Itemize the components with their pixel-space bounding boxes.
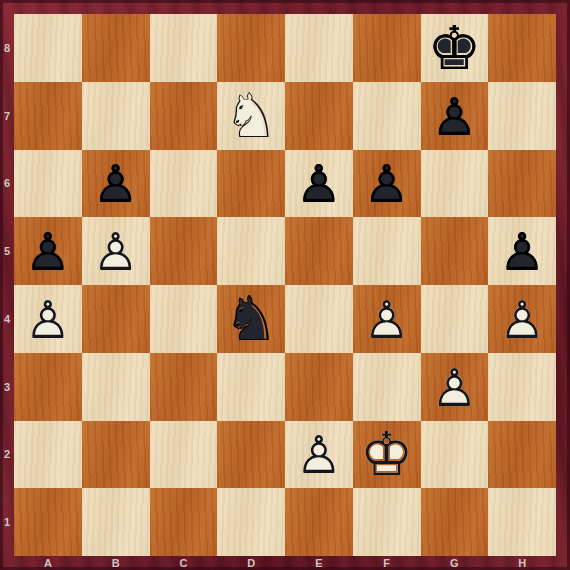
piece-white-pawn-f4[interactable]: ♟♙ bbox=[353, 285, 421, 353]
square-a3[interactable] bbox=[14, 353, 82, 421]
rank-label-4: 4 bbox=[0, 285, 14, 353]
square-g2[interactable] bbox=[421, 421, 489, 489]
square-g5[interactable] bbox=[421, 217, 489, 285]
chess-board: ♚♔♞♘♟♙♟♙♟♙♟♙♟♙♟♙♟♙♟♙♞♘♟♙♟♙♟♙♟♙♚♔ bbox=[14, 14, 556, 556]
square-b5[interactable]: ♟♙ bbox=[82, 217, 150, 285]
piece-black-knight-d4[interactable]: ♞♘ bbox=[217, 285, 285, 353]
rank-label-3: 3 bbox=[0, 353, 14, 421]
square-c6[interactable] bbox=[150, 150, 218, 218]
square-c2[interactable] bbox=[150, 421, 218, 489]
square-e3[interactable] bbox=[285, 353, 353, 421]
rank-label-6: 6 bbox=[0, 150, 14, 218]
square-e5[interactable] bbox=[285, 217, 353, 285]
file-label-d: D bbox=[217, 555, 285, 570]
rank-label-8: 8 bbox=[0, 14, 14, 82]
file-label-c: C bbox=[150, 555, 218, 570]
rank-label-2: 2 bbox=[0, 421, 14, 489]
square-d1[interactable] bbox=[217, 488, 285, 556]
square-h7[interactable] bbox=[488, 82, 556, 150]
piece-white-pawn-h4[interactable]: ♟♙ bbox=[488, 285, 556, 353]
square-h2[interactable] bbox=[488, 421, 556, 489]
square-f5[interactable] bbox=[353, 217, 421, 285]
piece-black-pawn-b6[interactable]: ♟♙ bbox=[82, 150, 150, 218]
piece-black-pawn-g7[interactable]: ♟♙ bbox=[421, 82, 489, 150]
piece-black-pawn-e6[interactable]: ♟♙ bbox=[285, 150, 353, 218]
file-label-h: H bbox=[488, 555, 556, 570]
chess-diagram: ♚♔♞♘♟♙♟♙♟♙♟♙♟♙♟♙♟♙♟♙♞♘♟♙♟♙♟♙♟♙♚♔ 8765432… bbox=[0, 0, 570, 570]
rank-label-1: 1 bbox=[0, 488, 14, 556]
square-c8[interactable] bbox=[150, 14, 218, 82]
piece-black-king-g8[interactable]: ♚♔ bbox=[421, 14, 489, 82]
square-c5[interactable] bbox=[150, 217, 218, 285]
square-a6[interactable] bbox=[14, 150, 82, 218]
square-b4[interactable] bbox=[82, 285, 150, 353]
square-f8[interactable] bbox=[353, 14, 421, 82]
file-label-g: G bbox=[421, 555, 489, 570]
square-d4[interactable]: ♞♘ bbox=[217, 285, 285, 353]
square-e1[interactable] bbox=[285, 488, 353, 556]
square-e2[interactable]: ♟♙ bbox=[285, 421, 353, 489]
square-e6[interactable]: ♟♙ bbox=[285, 150, 353, 218]
square-f3[interactable] bbox=[353, 353, 421, 421]
square-c3[interactable] bbox=[150, 353, 218, 421]
square-d7[interactable]: ♞♘ bbox=[217, 82, 285, 150]
square-d2[interactable] bbox=[217, 421, 285, 489]
square-g4[interactable] bbox=[421, 285, 489, 353]
square-a7[interactable] bbox=[14, 82, 82, 150]
square-c7[interactable] bbox=[150, 82, 218, 150]
square-e4[interactable] bbox=[285, 285, 353, 353]
square-b2[interactable] bbox=[82, 421, 150, 489]
square-h6[interactable] bbox=[488, 150, 556, 218]
piece-white-pawn-e2[interactable]: ♟♙ bbox=[285, 421, 353, 489]
square-h1[interactable] bbox=[488, 488, 556, 556]
square-f2[interactable]: ♚♔ bbox=[353, 421, 421, 489]
square-b6[interactable]: ♟♙ bbox=[82, 150, 150, 218]
rank-label-5: 5 bbox=[0, 217, 14, 285]
square-b7[interactable] bbox=[82, 82, 150, 150]
square-f1[interactable] bbox=[353, 488, 421, 556]
square-c4[interactable] bbox=[150, 285, 218, 353]
square-f7[interactable] bbox=[353, 82, 421, 150]
square-g1[interactable] bbox=[421, 488, 489, 556]
file-label-a: A bbox=[14, 555, 82, 570]
piece-black-pawn-a5[interactable]: ♟♙ bbox=[14, 217, 82, 285]
square-b1[interactable] bbox=[82, 488, 150, 556]
square-b8[interactable] bbox=[82, 14, 150, 82]
square-g7[interactable]: ♟♙ bbox=[421, 82, 489, 150]
square-b3[interactable] bbox=[82, 353, 150, 421]
rank-label-7: 7 bbox=[0, 82, 14, 150]
piece-white-pawn-a4[interactable]: ♟♙ bbox=[14, 285, 82, 353]
square-e8[interactable] bbox=[285, 14, 353, 82]
square-a4[interactable]: ♟♙ bbox=[14, 285, 82, 353]
square-d5[interactable] bbox=[217, 217, 285, 285]
file-label-f: F bbox=[353, 555, 421, 570]
square-g6[interactable] bbox=[421, 150, 489, 218]
square-h5[interactable]: ♟♙ bbox=[488, 217, 556, 285]
square-d6[interactable] bbox=[217, 150, 285, 218]
piece-white-knight-d7[interactable]: ♞♘ bbox=[217, 82, 285, 150]
square-c1[interactable] bbox=[150, 488, 218, 556]
square-a5[interactable]: ♟♙ bbox=[14, 217, 82, 285]
piece-white-king-f2[interactable]: ♚♔ bbox=[353, 421, 421, 489]
piece-black-pawn-f6[interactable]: ♟♙ bbox=[353, 150, 421, 218]
square-e7[interactable] bbox=[285, 82, 353, 150]
square-d8[interactable] bbox=[217, 14, 285, 82]
square-g3[interactable]: ♟♙ bbox=[421, 353, 489, 421]
file-label-b: B bbox=[82, 555, 150, 570]
square-f6[interactable]: ♟♙ bbox=[353, 150, 421, 218]
square-f4[interactable]: ♟♙ bbox=[353, 285, 421, 353]
square-h4[interactable]: ♟♙ bbox=[488, 285, 556, 353]
square-h3[interactable] bbox=[488, 353, 556, 421]
file-label-e: E bbox=[285, 555, 353, 570]
square-a8[interactable] bbox=[14, 14, 82, 82]
square-h8[interactable] bbox=[488, 14, 556, 82]
square-a1[interactable] bbox=[14, 488, 82, 556]
square-d3[interactable] bbox=[217, 353, 285, 421]
square-g8[interactable]: ♚♔ bbox=[421, 14, 489, 82]
piece-black-pawn-h5[interactable]: ♟♙ bbox=[488, 217, 556, 285]
piece-white-pawn-g3[interactable]: ♟♙ bbox=[421, 353, 489, 421]
piece-white-pawn-b5[interactable]: ♟♙ bbox=[82, 217, 150, 285]
square-a2[interactable] bbox=[14, 421, 82, 489]
